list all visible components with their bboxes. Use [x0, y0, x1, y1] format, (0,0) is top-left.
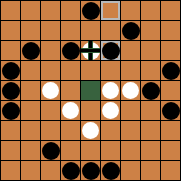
- board-cell-r5c6[interactable]: [121, 101, 140, 120]
- board-cell-r5c4[interactable]: [81, 101, 100, 120]
- board-cell-r5c0[interactable]: [1, 101, 20, 120]
- board-cell-r5c7[interactable]: [141, 101, 160, 120]
- board-cell-r7c3[interactable]: [61, 141, 80, 160]
- board-cell-r7c2[interactable]: [41, 141, 60, 160]
- board-cell-r6c2[interactable]: [41, 121, 60, 140]
- board-cell-r8c1[interactable]: [21, 161, 40, 180]
- board-cell-r1c3[interactable]: [61, 21, 80, 40]
- board-cell-r1c7[interactable]: [141, 21, 160, 40]
- black-attacker-stone[interactable]: [82, 2, 100, 20]
- board-cell-r0c3[interactable]: [61, 1, 80, 20]
- black-attacker-stone[interactable]: [2, 82, 20, 100]
- king-cross-horizontal: [81, 48, 100, 53]
- black-attacker-stone[interactable]: [2, 62, 20, 80]
- board-cell-r1c5[interactable]: [101, 21, 120, 40]
- board-cell-r0c7[interactable]: [141, 1, 160, 20]
- board-cell-r4c6[interactable]: [121, 81, 140, 100]
- white-defender-stone[interactable]: [122, 82, 139, 99]
- board-cell-r1c1[interactable]: [21, 21, 40, 40]
- board-cell-r6c6[interactable]: [121, 121, 140, 140]
- board-cell-r4c0[interactable]: [1, 81, 20, 100]
- king-piece[interactable]: [81, 41, 100, 60]
- board-cell-r5c1[interactable]: [21, 101, 40, 120]
- board-cell-r6c7[interactable]: [141, 121, 160, 140]
- white-defender-stone[interactable]: [42, 82, 59, 99]
- white-defender-stone[interactable]: [62, 102, 79, 119]
- board-cell-r2c3[interactable]: [61, 41, 80, 60]
- white-defender-stone[interactable]: [102, 82, 119, 99]
- board-cell-r3c0[interactable]: [1, 61, 20, 80]
- board-cell-r2c2[interactable]: [41, 41, 60, 60]
- board-cell-r0c8[interactable]: [161, 1, 180, 20]
- board-cell-r3c3[interactable]: [61, 61, 80, 80]
- board-cell-r2c8[interactable]: [161, 41, 180, 60]
- black-attacker-stone[interactable]: [22, 42, 40, 60]
- board-cell-r3c4[interactable]: [81, 61, 100, 80]
- board-cell-r7c5[interactable]: [101, 141, 120, 160]
- black-attacker-stone[interactable]: [102, 42, 120, 60]
- board-cell-r4c1[interactable]: [21, 81, 40, 100]
- black-attacker-stone[interactable]: [162, 62, 180, 80]
- board-cell-r6c0[interactable]: [1, 121, 20, 140]
- board-cell-r0c5[interactable]: [101, 1, 120, 20]
- board-cell-r3c2[interactable]: [41, 61, 60, 80]
- white-defender-stone[interactable]: [102, 102, 119, 119]
- board-cell-r8c6[interactable]: [121, 161, 140, 180]
- board-cell-r3c6[interactable]: [121, 61, 140, 80]
- black-attacker-stone[interactable]: [62, 42, 80, 60]
- board-cell-r1c8[interactable]: [161, 21, 180, 40]
- board-cell-r1c0[interactable]: [1, 21, 20, 40]
- black-attacker-stone[interactable]: [82, 162, 100, 180]
- board-cell-r2c5[interactable]: [101, 41, 120, 60]
- board-cell-r3c1[interactable]: [21, 61, 40, 80]
- black-attacker-stone[interactable]: [162, 102, 180, 120]
- board-cell-r6c5[interactable]: [101, 121, 120, 140]
- board-cell-r3c5[interactable]: [101, 61, 120, 80]
- board-cell-r2c0[interactable]: [1, 41, 20, 60]
- board-cell-r0c2[interactable]: [41, 1, 60, 20]
- board-cell-r8c8[interactable]: [161, 161, 180, 180]
- black-attacker-stone[interactable]: [62, 162, 80, 180]
- board-cell-r8c7[interactable]: [141, 161, 160, 180]
- board-cell-r4c4-throne[interactable]: [81, 81, 100, 100]
- board-cell-r4c3[interactable]: [61, 81, 80, 100]
- black-attacker-stone[interactable]: [42, 142, 60, 160]
- board-cell-r6c3[interactable]: [61, 121, 80, 140]
- board-cell-r7c6[interactable]: [121, 141, 140, 160]
- board-cell-r0c6[interactable]: [121, 1, 140, 20]
- board-cell-r0c4[interactable]: [81, 1, 100, 20]
- board-cell-r4c8[interactable]: [161, 81, 180, 100]
- board-cell-r3c7[interactable]: [141, 61, 160, 80]
- board-cell-r1c6[interactable]: [121, 21, 140, 40]
- board-cell-r2c1[interactable]: [21, 41, 40, 60]
- black-attacker-stone[interactable]: [142, 82, 160, 100]
- board-cell-r5c5[interactable]: [101, 101, 120, 120]
- board-cell-r2c6[interactable]: [121, 41, 140, 60]
- board-cell-r6c4[interactable]: [81, 121, 100, 140]
- board-cell-r7c1[interactable]: [21, 141, 40, 160]
- board-cell-r7c7[interactable]: [141, 141, 160, 160]
- board-cell-r7c4[interactable]: [81, 141, 100, 160]
- board-cell-r8c2[interactable]: [41, 161, 60, 180]
- board-cell-r3c8[interactable]: [161, 61, 180, 80]
- board-cell-r1c2[interactable]: [41, 21, 60, 40]
- board-cell-r4c7[interactable]: [141, 81, 160, 100]
- board-cell-r2c7[interactable]: [141, 41, 160, 60]
- board-cell-r7c8[interactable]: [161, 141, 180, 160]
- board-cell-r8c5[interactable]: [101, 161, 120, 180]
- board-cell-r6c1[interactable]: [21, 121, 40, 140]
- board-cell-r4c2[interactable]: [41, 81, 60, 100]
- black-attacker-stone[interactable]: [102, 162, 120, 180]
- black-attacker-stone[interactable]: [122, 22, 140, 40]
- board-cell-r8c3[interactable]: [61, 161, 80, 180]
- white-defender-stone[interactable]: [82, 122, 99, 139]
- board-cell-r1c4[interactable]: [81, 21, 100, 40]
- board-cell-r8c4[interactable]: [81, 161, 100, 180]
- black-attacker-stone[interactable]: [2, 102, 20, 120]
- board-cell-r4c5[interactable]: [101, 81, 120, 100]
- board-cell-r2c4[interactable]: [81, 41, 100, 60]
- board-cell-r5c2[interactable]: [41, 101, 60, 120]
- board-cell-r0c0[interactable]: [1, 1, 20, 20]
- board-cell-r8c0[interactable]: [1, 161, 20, 180]
- board-cell-r7c0[interactable]: [1, 141, 20, 160]
- board-cell-r6c8[interactable]: [161, 121, 180, 140]
- board-cell-r5c3[interactable]: [61, 101, 80, 120]
- tablut-board: [0, 0, 181, 181]
- board-cell-r0c1[interactable]: [21, 1, 40, 20]
- board-cell-r5c8[interactable]: [161, 101, 180, 120]
